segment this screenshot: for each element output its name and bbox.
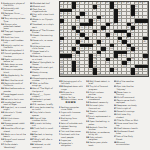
cell-number: 132 [60, 68, 63, 70]
clue: 60 Madrid aunt [30, 5, 55, 7]
down-header: DOWN [59, 102, 84, 105]
clue-number: 74 [30, 39, 33, 41]
cell-number: 64 [102, 29, 104, 31]
cell-number: 7 [89, 1, 90, 3]
clue-number: 99 [30, 111, 33, 113]
clue-number: 45 [1, 117, 4, 119]
clue-number: 94 [30, 103, 33, 105]
cell-number: 91 [114, 43, 116, 45]
clue-number: 7 [59, 133, 60, 135]
clue-number: 30 [114, 80, 117, 82]
clue-number: 41 [1, 101, 4, 103]
clue: 2 Organ with hammer and anvil [59, 111, 84, 116]
cell-number: 2 [64, 1, 65, 3]
cell-number: 53 [76, 26, 78, 28]
clue-number: 107 [30, 138, 34, 140]
clue-number: 11 [1, 12, 4, 14]
clue-number: 71 [30, 34, 33, 36]
clue: 35 Peninsula south of California [1, 82, 26, 87]
clue: 21 Sushi bar tuna [1, 36, 26, 38]
clue: 17 Lira's replacement in Rome [86, 115, 111, 120]
clue-number: 8 [59, 139, 60, 141]
clue: 16 'Exodus' novelist Leon [86, 110, 111, 115]
clue: 77 Upper level of a stadium [30, 50, 55, 55]
cell-number: 83 [102, 40, 104, 42]
clue-number: 22 [1, 39, 4, 41]
cell-number: 22 [135, 5, 137, 7]
clue: 56 Shallowest Great Lake [114, 130, 139, 135]
cell-number: 135 [97, 68, 100, 70]
cell-number: 10 [106, 1, 108, 3]
cell-number: 63 [97, 29, 99, 31]
cell-number: 34 [60, 15, 62, 17]
cell-number: 41 [93, 19, 95, 21]
clue-number: 14 [86, 101, 89, 103]
clue-number: 34 [1, 79, 4, 81]
clue-number: 4 [1, 7, 2, 9]
clue: 106 Decked, in boxing lingo [30, 133, 55, 138]
cell-number: 126 [106, 61, 109, 63]
clue-number: 23 [86, 120, 89, 122]
cell-number: 11 [114, 1, 116, 3]
clue-number: 38 [114, 91, 117, 93]
clue: 19 Strauss who patented riveted jeans [1, 23, 26, 30]
cell-number: 28 [60, 12, 62, 14]
clue: 10 Wall Street debut, in brief [86, 80, 111, 85]
clue: 53 Ring of coral around a lagoon [1, 138, 26, 143]
cell-number: 79 [122, 36, 124, 38]
clue: 23 Open the betting, in poker [86, 120, 111, 125]
clue: 81 Ned of Springfield, to Homer [30, 61, 55, 66]
clue-number: 13 [86, 96, 89, 98]
clue: 58 Blizzard accumulation [114, 141, 139, 146]
clue-number: 54 [114, 122, 117, 124]
clue: 20 They get tapped at keggers [1, 30, 26, 35]
clue-number: 79 [30, 55, 33, 57]
clue: 51 Title for Elton or Mick [114, 119, 139, 121]
cell-number: 40 [76, 19, 78, 21]
clue-number: 75 [30, 45, 33, 47]
cell-number: 62 [81, 29, 83, 31]
cell-number: 115 [60, 57, 63, 59]
clue-number: 65 [30, 18, 33, 20]
cell-number: 130 [93, 65, 96, 67]
clue-number: 33 [1, 74, 4, 76]
cell-number: 57 [106, 26, 108, 28]
cell-number: 78 [106, 36, 108, 38]
clue-number: 58 [114, 141, 117, 143]
clue: 3 Mud-loving farm animal [59, 117, 84, 122]
clue-number: 50 [114, 113, 117, 115]
clue: 102 Sign of late summer births [30, 117, 55, 122]
cell-number: 73 [122, 33, 124, 35]
clue: 1 Desktop computer since 1998 [59, 106, 84, 111]
clue-number: 10 [86, 80, 89, 82]
cell-number: 99 [106, 47, 108, 49]
cell-number: 76 [81, 36, 83, 38]
cell-number: 74 [131, 33, 133, 35]
clue: 69 Anne of 'The Princess Diaries' [30, 29, 55, 34]
clue-number: 18 [1, 17, 4, 19]
cell-number: 95 [76, 47, 78, 49]
clue-number: 82 [30, 66, 33, 68]
cell-number: 82 [81, 40, 83, 42]
cell-number: 90 [97, 43, 99, 45]
clue-number: 113 [59, 85, 63, 87]
clue: 23 Latvia's capital, on the Baltic [1, 44, 26, 49]
crossword-grid[interactable]: 1234567891011121314151617181920212223242… [59, 1, 149, 77]
cell-number: 140 [60, 72, 63, 74]
clue-number: 46 [1, 122, 4, 124]
cell-number: 29 [64, 12, 66, 14]
clue-number: 95 [30, 106, 33, 108]
clue: 42 Tennis serve that's replayed [114, 99, 139, 104]
cell-number: 105 [81, 50, 84, 52]
clue: 5 Lightest fencing weapon [59, 125, 84, 130]
clue: 28 Poetic contraction before 'er' [1, 58, 26, 63]
clue: 82 Goes with one's gut, maybe [30, 66, 55, 71]
cell-number: 45 [93, 22, 95, 24]
clue: 113 Weighed down with cargo [59, 85, 84, 90]
cell-number: 138 [139, 68, 142, 70]
clue-number: 102 [30, 117, 34, 119]
cell-number: 55 [85, 26, 87, 28]
clue-column-3: 111 Swinging part of a tall clock113 Wei… [59, 80, 84, 149]
cell-number: 116 [64, 57, 67, 59]
cell-number: 31 [85, 12, 87, 14]
cell-number: 93 [131, 43, 133, 45]
clue: 52 Works on a tan at the beach [1, 133, 26, 138]
clue: 95 It may be bruised by an insult [30, 106, 55, 111]
cell-number: 30 [68, 12, 70, 14]
clue-number: 60 [30, 5, 33, 7]
grid-cell[interactable] [143, 72, 147, 76]
cell-number: 44 [60, 22, 62, 24]
cell-number: 103 [60, 50, 63, 52]
clue-number: 39 [1, 98, 4, 100]
cell-number: 109 [72, 54, 75, 56]
clue-number: 4 [59, 122, 60, 124]
clue-number: 118 [59, 96, 63, 98]
clue-number: 52 [1, 133, 4, 135]
cell-number: 80 [127, 36, 129, 38]
clue: 12 Chip's cartoon partner [86, 91, 111, 96]
clue: 41 Landlocked land west of Niger [1, 101, 26, 106]
clue: 71 Greets the morning sun [30, 34, 55, 39]
clue: 4 Fashionably old-fashioned [1, 7, 26, 12]
clue-number: 109 [30, 143, 34, 145]
clue: 83 Sooty chimney deposit [30, 71, 55, 76]
cell-number: 97 [85, 47, 87, 49]
clue: 91 Day of ___ (hymn subject) [30, 93, 55, 98]
cell-number: 59 [135, 26, 137, 28]
cell-number: 75 [64, 36, 66, 38]
clue: 74 Some arts, or some politics [30, 39, 55, 44]
clue-number: 93 [30, 98, 33, 100]
cell-number: 133 [76, 68, 79, 70]
cell-number: 86 [143, 40, 145, 42]
clue-number: 89 [30, 87, 33, 89]
clue: 11 Designer Oscar ___ Renta [1, 12, 26, 17]
cell-number: 54 [81, 26, 83, 28]
cell-number: 71 [110, 33, 112, 35]
cell-number: 94 [60, 47, 62, 49]
cell-number: 43 [118, 19, 120, 21]
clue-number: 26 [1, 49, 4, 51]
cell-number: 67 [60, 33, 62, 35]
cell-number: 110 [76, 54, 79, 56]
clue: 115 Draws to a conclusion [59, 91, 84, 96]
clue: 18 Tony-winning actress Tyne [1, 17, 26, 22]
cell-number: 39 [64, 19, 66, 21]
clue: 7 Continent with the most people [59, 133, 84, 138]
clue: 14 Rowboat necessity [86, 101, 111, 103]
clue-number: 1 [1, 2, 2, 4]
clue-number: 24 [86, 126, 89, 128]
cell-number: 16 [139, 1, 141, 3]
clue: 11 Tiny bit of forward progress [86, 85, 111, 90]
cell-number: 6 [85, 1, 86, 3]
clue-number: 15 [86, 104, 89, 106]
clue: 30 Al of the weather desk [114, 80, 139, 85]
cell-number: 24 [93, 8, 95, 10]
cell-number: 141 [97, 72, 100, 74]
clue-number: 83 [30, 71, 33, 73]
cell-number: 56 [89, 26, 91, 28]
clue-column-1: 1 Apple music player of the 2000s4 Fashi… [1, 2, 26, 149]
clue-number: 69 [30, 29, 33, 31]
clue: 62 Took five, as stagehands do [30, 8, 55, 13]
clue: 24 Ambush from the bushes [86, 126, 111, 131]
clue-number: 105 [30, 127, 34, 129]
clue: 31 Gets down on one knee, perhaps [1, 63, 26, 68]
clue: 111 Swinging part of a tall clock [59, 80, 84, 85]
clue: 26 Do nothing about it [1, 49, 26, 51]
clue: 37 Long-legged marsh wader [1, 93, 26, 98]
clue-number: 48 [1, 127, 4, 129]
cell-number: 134 [89, 68, 92, 70]
clue-number: 40 [114, 96, 117, 98]
newspaper-crossword-page: { "game": "crossword", "puzzle": {"rows"… [0, 0, 150, 150]
clue: 35 Epic tale like the 'Odyssey' [114, 85, 139, 90]
clue-number: 12 [86, 91, 89, 93]
cell-number: 52 [60, 26, 62, 28]
cell-number: 37 [118, 15, 120, 17]
cell-number: 69 [85, 33, 87, 35]
cell-number: 9 [102, 1, 103, 3]
clue-number: 23 [1, 44, 4, 46]
clue-number: 57 [114, 135, 117, 137]
clue: 46 Droopy-eared rabbit or hound [1, 122, 26, 127]
cell-number: 92 [122, 43, 124, 45]
cell-number: 20 [97, 5, 99, 7]
clue: 4 Veins of valuable rock [59, 122, 84, 124]
clue: 6 Flair and then some [59, 130, 84, 132]
clue-number: 44 [114, 104, 117, 106]
cell-number: 84 [118, 40, 120, 42]
clue-number: 35 [1, 82, 4, 84]
cell-number: 35 [81, 15, 83, 17]
clue: 44 Librarian's 'Quiet, please!' [1, 111, 26, 116]
clue: 39 Let out a lion's roar [1, 98, 26, 100]
clue: 45 Bill that shows Lincoln [1, 117, 26, 122]
clue-number: 28 [1, 58, 4, 60]
clue-number: 19 [1, 23, 4, 25]
cell-number: 4 [76, 1, 77, 3]
clue-number: 81 [30, 61, 33, 63]
clue-number: 53 [1, 138, 4, 140]
cell-number: 51 [143, 22, 145, 24]
clue-column-4: 10 Wall Street debut, in brief11 Tiny bi… [86, 80, 111, 149]
clue: 13 Even on the scoreboard [86, 96, 111, 101]
cell-number: 38 [131, 15, 133, 17]
cell-number: 137 [135, 68, 138, 70]
cell-number: 125 [93, 61, 96, 63]
cell-number: 123 [60, 61, 63, 63]
clue-number: 56 [114, 130, 117, 132]
cell-number: 129 [76, 65, 79, 67]
clue: 105 Finds fault in small ways [30, 127, 55, 132]
cell-number: 131 [122, 65, 125, 67]
cell-number: 104 [72, 50, 75, 52]
cell-number: 17 [143, 1, 145, 3]
clue-number: 27 [1, 52, 4, 54]
clue: 55 Shelf above a hearth [114, 127, 139, 129]
clue-number: 44 [1, 111, 4, 113]
cell-number: 36 [102, 15, 104, 17]
cell-number: 89 [93, 43, 95, 45]
cell-number: 13 [122, 1, 124, 3]
clue: 40 Ctrl+Z command [114, 96, 139, 98]
cell-number: 15 [135, 1, 137, 3]
clue-number: 43 [1, 106, 4, 108]
clue-number: 115 [59, 91, 63, 93]
clue-number: 21 [1, 36, 4, 38]
clue-number: 111 [59, 80, 63, 82]
cell-number: 77 [89, 36, 91, 38]
clue: 44 Seep ever so slowly [114, 104, 139, 106]
clue: 63 Org. with a tow truck fleet [30, 13, 55, 18]
clue-number: 32 [1, 68, 4, 70]
cell-number: 33 [135, 12, 137, 14]
cell-number: 70 [93, 33, 95, 35]
clue: 43 Urge (on), as a crowd might [1, 106, 26, 111]
cell-number: 108 [131, 50, 134, 52]
cell-number: 81 [60, 40, 62, 42]
clue: 75 Little picture one clicks twice [30, 45, 55, 50]
clue: 54 Once more from the top [114, 122, 139, 127]
clue: 33 Big Apple daily, for short [1, 74, 26, 79]
cell-number: 60 [60, 29, 62, 31]
cell-number: 87 [60, 43, 62, 45]
clue: 57 Lois of the Daily Planet [114, 135, 139, 140]
clue: 32 Draws a complete blank [1, 68, 26, 73]
cell-number: 68 [76, 33, 78, 35]
clue-number: 57 [1, 143, 4, 145]
clue: 1 Apple music player of the 2000s [1, 2, 26, 7]
cell-number: 42 [97, 19, 99, 21]
cell-number: 106 [102, 50, 105, 52]
clue: 118 Org. for the Williams sisters, once [59, 96, 84, 101]
clue: 50 Salt Lake City student [114, 113, 139, 118]
cell-number: 139 [143, 68, 146, 70]
clue: 27 Casual goodbyes at the door [1, 52, 26, 57]
clue-number: 5 [59, 125, 60, 127]
clue-number: 28 [86, 136, 89, 138]
cell-number: 3 [68, 1, 69, 3]
cell-number: 117 [68, 57, 71, 59]
cell-number: 113 [118, 54, 121, 56]
clue-number: 106 [30, 133, 34, 135]
clue: 85 Showstopping opera number [30, 77, 55, 82]
cell-number: 66 [131, 29, 133, 31]
clue: 36 Word before soda or powder [1, 87, 26, 92]
clue-number: 91 [30, 93, 33, 95]
clue: 38 Tower town in Tuscany [114, 91, 139, 96]
clue-number: 59 [30, 2, 33, 4]
clue-number: 51 [114, 119, 117, 121]
clue-number: 16 [86, 110, 89, 112]
clue: 89 Ava of 'The Night of the Iguana' [30, 87, 55, 92]
clue: 87 Mild, as buffalo wings go [30, 82, 55, 87]
clue-number: 17 [86, 115, 89, 117]
clue: 22 Like a well-trodden trail [1, 39, 26, 44]
cell-number: 102 [135, 47, 138, 49]
cell-number: 111 [93, 54, 96, 56]
cell-number: 98 [89, 47, 91, 49]
clue: 99 Fairy tale's classic opener [30, 111, 55, 116]
cell-number: 18 [60, 5, 62, 7]
clue-number: 1 [59, 106, 60, 108]
clue: 59 Marbled deli loaf [30, 2, 55, 4]
cell-number: 50 [139, 22, 141, 24]
clue: 15 Put one's John Hancock on [86, 104, 111, 109]
cell-number: 32 [118, 12, 120, 14]
clue-number: 31 [1, 63, 4, 65]
cell-number: 23 [72, 8, 74, 10]
clue-number: 67 [30, 23, 33, 25]
clue-number: 3 [59, 117, 60, 119]
cell-number: 142 [135, 72, 138, 74]
clue-number: 29 [86, 141, 89, 143]
clue: 103 In one's birthday suit [30, 122, 55, 127]
cell-number: 120 [114, 57, 117, 59]
clue-number: 77 [30, 50, 33, 52]
cell-number: 136 [114, 68, 117, 70]
clue: 9 Prosecutor's obligation [59, 142, 84, 147]
clue: 34 Went like the wind [1, 79, 26, 81]
cell-number: 72 [114, 33, 116, 35]
clue-number: 47 [114, 107, 117, 109]
clue-number: 35 [114, 85, 117, 87]
cell-number: 26 [118, 8, 120, 10]
cell-number: 47 [114, 22, 116, 24]
clue-number: 36 [1, 87, 4, 89]
cell-number: 128 [60, 65, 63, 67]
clue: 29 Senior-year photo book [86, 141, 111, 146]
clue: 8 Cuppa joe [59, 139, 84, 141]
clue-number: 62 [30, 8, 33, 10]
clue: 93 Collector's prized specimen [30, 98, 55, 103]
clue: 48 Gave the official go-ahead [1, 127, 26, 132]
clue: 57 Surfer-dude's 'Absolutely!' [1, 143, 26, 148]
cell-number: 65 [127, 29, 129, 31]
clue: 79 Rides the thermals, as a hawk [30, 55, 55, 60]
cell-number: 1 [60, 1, 61, 3]
clue: 25 Gather, as evidence, bit by bit [86, 131, 111, 136]
cell-number: 19 [76, 5, 78, 7]
clue-number: 11 [86, 85, 89, 87]
